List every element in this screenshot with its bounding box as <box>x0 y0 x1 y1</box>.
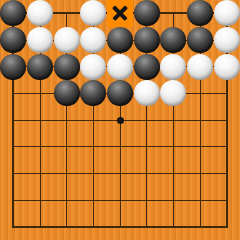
white-stone[interactable] <box>54 27 80 53</box>
marked-point-highlight[interactable] <box>107 0 134 27</box>
black-stone[interactable] <box>0 27 26 53</box>
black-stone[interactable] <box>134 0 160 26</box>
white-stone[interactable] <box>27 0 53 26</box>
black-stone[interactable] <box>0 0 26 26</box>
go-board[interactable] <box>0 0 240 240</box>
white-stone[interactable] <box>160 54 186 80</box>
star-point <box>117 117 124 124</box>
black-stone[interactable] <box>160 27 186 53</box>
white-stone[interactable] <box>107 54 133 80</box>
black-stone[interactable] <box>27 54 53 80</box>
white-stone[interactable] <box>214 54 240 80</box>
white-stone[interactable] <box>214 0 240 26</box>
black-stone[interactable] <box>107 27 133 53</box>
black-stone[interactable] <box>187 0 213 26</box>
black-stone[interactable] <box>80 80 106 106</box>
grid-line-horizontal <box>12 200 227 201</box>
white-stone[interactable] <box>80 0 106 26</box>
white-stone[interactable] <box>214 27 240 53</box>
white-stone[interactable] <box>80 54 106 80</box>
white-stone[interactable] <box>27 27 53 53</box>
black-stone[interactable] <box>107 80 133 106</box>
black-stone[interactable] <box>134 27 160 53</box>
black-stone[interactable] <box>54 54 80 80</box>
grid-line-horizontal <box>12 173 227 174</box>
white-stone[interactable] <box>187 54 213 80</box>
grid-line-horizontal <box>12 226 227 228</box>
black-stone[interactable] <box>0 54 26 80</box>
white-stone[interactable] <box>160 80 186 106</box>
black-stone[interactable] <box>187 27 213 53</box>
black-stone[interactable] <box>134 54 160 80</box>
grid-line-horizontal <box>12 146 227 147</box>
go-game-screenshot <box>0 0 240 240</box>
white-stone[interactable] <box>134 80 160 106</box>
white-stone[interactable] <box>80 27 106 53</box>
black-stone[interactable] <box>54 80 80 106</box>
